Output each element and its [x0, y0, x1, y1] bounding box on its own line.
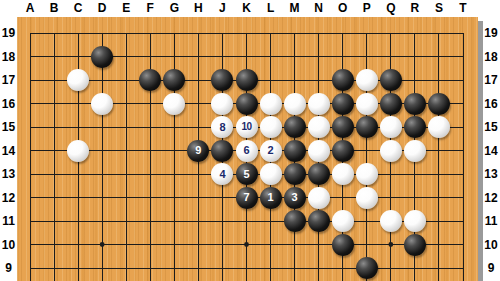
row-label-left-17: 17 [0, 73, 17, 87]
stone-white-N14[interactable] [308, 140, 330, 162]
star-point-D10 [100, 242, 105, 247]
row-label-right-15: 15 [482, 120, 500, 134]
stone-black-O10[interactable] [332, 234, 354, 256]
stone-black-R10[interactable] [404, 234, 426, 256]
stone-black-M12[interactable]: 3 [284, 187, 306, 209]
col-label-K: K [237, 1, 257, 15]
col-label-S: S [429, 1, 449, 15]
stone-black-N13[interactable] [308, 163, 330, 185]
stone-black-N11[interactable] [308, 210, 330, 232]
col-label-E: E [116, 1, 136, 15]
stone-white-P17[interactable] [356, 69, 378, 91]
col-label-N: N [309, 1, 329, 15]
col-label-L: L [261, 1, 281, 15]
move-number-4: 4 [219, 169, 225, 180]
stone-white-P13[interactable] [356, 163, 378, 185]
row-label-right-17: 17 [482, 73, 500, 87]
col-label-O: O [333, 1, 353, 15]
row-label-left-11: 11 [0, 214, 17, 228]
row-label-right-9: 9 [482, 261, 500, 275]
star-point-K10 [244, 242, 249, 247]
stone-white-L13[interactable] [260, 163, 282, 185]
stone-white-J16[interactable] [211, 93, 233, 115]
row-label-right-19: 19 [482, 26, 500, 40]
stone-white-R11[interactable] [404, 210, 426, 232]
stone-black-J14[interactable] [211, 140, 233, 162]
stone-white-R14[interactable] [404, 140, 426, 162]
row-label-right-11: 11 [482, 214, 500, 228]
col-label-J: J [212, 1, 232, 15]
row-label-left-10: 10 [0, 238, 17, 252]
move-number-9: 9 [195, 145, 201, 156]
stone-white-C17[interactable] [67, 69, 89, 91]
stone-white-Q14[interactable] [380, 140, 402, 162]
stone-black-O15[interactable] [332, 116, 354, 138]
stone-black-Q16[interactable] [380, 93, 402, 115]
stone-black-K13[interactable]: 5 [236, 163, 258, 185]
stone-white-N16[interactable] [308, 93, 330, 115]
stone-black-M14[interactable] [284, 140, 306, 162]
stone-white-P12[interactable] [356, 187, 378, 209]
stone-black-Q17[interactable] [380, 69, 402, 91]
stone-white-G16[interactable] [163, 93, 185, 115]
col-label-T: T [453, 1, 473, 15]
stone-black-L12[interactable]: 1 [260, 187, 282, 209]
stone-black-P15[interactable] [356, 116, 378, 138]
stone-black-O14[interactable] [332, 140, 354, 162]
col-label-C: C [68, 1, 88, 15]
stone-black-R15[interactable] [404, 116, 426, 138]
move-number-5: 5 [243, 169, 249, 180]
stone-black-K17[interactable] [236, 69, 258, 91]
row-label-left-9: 9 [0, 261, 17, 275]
stone-white-O13[interactable] [332, 163, 354, 185]
stone-white-Q11[interactable] [380, 210, 402, 232]
stone-white-L16[interactable] [260, 93, 282, 115]
row-label-left-19: 19 [0, 26, 17, 40]
stone-white-L15[interactable] [260, 116, 282, 138]
move-number-10: 10 [241, 122, 251, 132]
stone-black-M11[interactable] [284, 210, 306, 232]
stone-black-M13[interactable] [284, 163, 306, 185]
stone-white-K14[interactable]: 6 [236, 140, 258, 162]
stone-black-P9[interactable] [356, 257, 378, 279]
row-label-right-14: 14 [482, 144, 500, 158]
move-number-7: 7 [243, 192, 249, 203]
stone-white-D16[interactable] [91, 93, 113, 115]
stone-black-D18[interactable] [91, 46, 113, 68]
move-number-1: 1 [267, 192, 273, 203]
stone-white-C14[interactable] [67, 140, 89, 162]
star-point-Q10 [388, 242, 393, 247]
move-number-8: 8 [219, 122, 225, 133]
row-label-left-14: 14 [0, 144, 17, 158]
go-diagram: ABCDEFGHJKLMNOPQRST191918181717161615151… [0, 0, 500, 281]
stone-white-N12[interactable] [308, 187, 330, 209]
stone-black-O17[interactable] [332, 69, 354, 91]
row-label-left-16: 16 [0, 97, 17, 111]
col-label-A: A [20, 1, 40, 15]
stone-white-K15[interactable]: 10 [236, 116, 258, 138]
stone-black-H14[interactable]: 9 [187, 140, 209, 162]
col-label-F: F [140, 1, 160, 15]
stone-white-P16[interactable] [356, 93, 378, 115]
col-label-H: H [188, 1, 208, 15]
col-label-P: P [357, 1, 377, 15]
stone-black-O16[interactable] [332, 93, 354, 115]
stone-white-S15[interactable] [428, 116, 450, 138]
row-label-right-18: 18 [482, 50, 500, 64]
col-label-Q: Q [381, 1, 401, 15]
move-number-3: 3 [292, 192, 298, 203]
col-label-G: G [164, 1, 184, 15]
col-label-M: M [285, 1, 305, 15]
stone-black-M15[interactable] [284, 116, 306, 138]
move-number-2: 2 [267, 145, 273, 156]
col-label-B: B [44, 1, 64, 15]
stone-black-K12[interactable]: 7 [236, 187, 258, 209]
stone-white-N15[interactable] [308, 116, 330, 138]
stone-white-L14[interactable]: 2 [260, 140, 282, 162]
row-label-right-12: 12 [482, 191, 500, 205]
stone-black-R16[interactable] [404, 93, 426, 115]
stone-white-M16[interactable] [284, 93, 306, 115]
row-label-right-13: 13 [482, 167, 500, 181]
stone-white-O11[interactable] [332, 210, 354, 232]
stone-black-S16[interactable] [428, 93, 450, 115]
stone-white-Q15[interactable] [380, 116, 402, 138]
row-label-right-16: 16 [482, 97, 500, 111]
row-label-left-13: 13 [0, 167, 17, 181]
row-label-left-15: 15 [0, 120, 17, 134]
move-number-6: 6 [243, 145, 249, 156]
stone-black-K16[interactable] [236, 93, 258, 115]
col-label-D: D [92, 1, 112, 15]
row-label-left-12: 12 [0, 191, 17, 205]
row-label-left-18: 18 [0, 50, 17, 64]
col-label-R: R [405, 1, 425, 15]
row-label-right-10: 10 [482, 238, 500, 252]
